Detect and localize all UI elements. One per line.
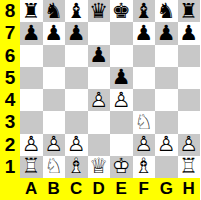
file-label-h: H	[178, 178, 201, 200]
rank-label-6: 6	[0, 45, 20, 67]
rank-label-5: 5	[0, 67, 20, 89]
square-d2[interactable]	[88, 134, 111, 156]
square-c5[interactable]	[65, 67, 88, 89]
square-e2[interactable]	[110, 134, 133, 156]
piece-black-rook-a8[interactable]: ♜	[20, 0, 43, 22]
black-queen-glyph: ♛	[89, 1, 108, 22]
white-pawn-glyph: ♙	[89, 90, 108, 111]
white-bishop-glyph: ♗	[134, 156, 153, 177]
square-g1[interactable]	[155, 156, 178, 178]
white-queen-glyph: ♕	[89, 156, 108, 177]
square-d4[interactable]: ♟♙	[88, 89, 111, 111]
square-b8[interactable]: ♞	[43, 0, 66, 22]
square-d1[interactable]: ♛♕	[88, 156, 111, 178]
piece-white-pawn-f2[interactable]: ♟♙	[133, 134, 156, 156]
square-a6[interactable]	[20, 45, 43, 67]
white-rook-glyph: ♖	[179, 156, 198, 177]
square-a3[interactable]	[20, 111, 43, 133]
piece-black-knight-b8[interactable]: ♞	[43, 0, 66, 22]
rank-label-7: 7	[0, 22, 20, 44]
square-f3[interactable]: ♞♘	[133, 111, 156, 133]
square-d8[interactable]: ♛	[88, 0, 111, 22]
black-pawn-glyph: ♟	[112, 67, 131, 88]
piece-white-pawn-c2[interactable]: ♟♙	[65, 134, 88, 156]
file-label-b: B	[43, 178, 66, 200]
square-f7[interactable]: ♟	[133, 22, 156, 44]
square-h1[interactable]: ♜♖	[178, 156, 201, 178]
piece-white-bishop-c1[interactable]: ♝♗	[65, 156, 88, 178]
piece-black-queen-d8[interactable]: ♛	[88, 0, 111, 22]
square-a4[interactable]	[20, 89, 43, 111]
black-pawn-glyph: ♟	[179, 23, 198, 44]
piece-white-pawn-g2[interactable]: ♟♙	[155, 134, 178, 156]
piece-white-pawn-b2[interactable]: ♟♙	[43, 134, 66, 156]
square-d5[interactable]	[88, 67, 111, 89]
square-f5[interactable]	[133, 67, 156, 89]
square-c4[interactable]	[65, 89, 88, 111]
square-g3[interactable]	[155, 111, 178, 133]
square-e4[interactable]: ♟♙	[110, 89, 133, 111]
piece-white-pawn-d4[interactable]: ♟♙	[88, 89, 111, 111]
square-b4[interactable]	[43, 89, 66, 111]
black-pawn-glyph: ♟	[22, 23, 41, 44]
square-h6[interactable]	[178, 45, 201, 67]
square-e1[interactable]: ♚♔	[110, 156, 133, 178]
piece-black-pawn-e5[interactable]: ♟	[110, 67, 133, 89]
rank-label-1: 1	[0, 156, 20, 178]
square-d7[interactable]	[88, 22, 111, 44]
black-pawn-glyph: ♟	[67, 23, 86, 44]
piece-black-pawn-d6[interactable]: ♟	[88, 45, 111, 67]
white-rook-glyph: ♖	[22, 156, 41, 177]
square-h8[interactable]: ♜	[178, 0, 201, 22]
piece-black-pawn-a7[interactable]: ♟	[20, 22, 43, 44]
black-pawn-glyph: ♟	[157, 23, 176, 44]
square-h4[interactable]	[178, 89, 201, 111]
white-pawn-glyph: ♙	[112, 90, 131, 111]
square-g7[interactable]: ♟	[155, 22, 178, 44]
square-b2[interactable]: ♟♙	[43, 134, 66, 156]
white-king-glyph: ♔	[112, 156, 131, 177]
square-f2[interactable]: ♟♙	[133, 134, 156, 156]
square-b3[interactable]	[43, 111, 66, 133]
piece-white-queen-d1[interactable]: ♛♕	[88, 156, 111, 178]
piece-black-bishop-f8[interactable]: ♝	[133, 0, 156, 22]
piece-black-pawn-h7[interactable]: ♟	[178, 22, 201, 44]
rank-label-2: 2	[0, 134, 20, 156]
square-c6[interactable]	[65, 45, 88, 67]
square-g4[interactable]	[155, 89, 178, 111]
square-b6[interactable]	[43, 45, 66, 67]
rank-label-8: 8	[0, 0, 20, 22]
square-c7[interactable]: ♟	[65, 22, 88, 44]
piece-black-pawn-b7[interactable]: ♟	[43, 22, 66, 44]
piece-black-bishop-c8[interactable]: ♝	[65, 0, 88, 22]
black-king-glyph: ♚	[112, 1, 131, 22]
file-label-e: E	[110, 178, 133, 200]
piece-white-rook-a1[interactable]: ♜♖	[20, 156, 43, 178]
piece-white-pawn-h2[interactable]: ♟♙	[178, 134, 201, 156]
square-a1[interactable]: ♜♖	[20, 156, 43, 178]
piece-black-pawn-c7[interactable]: ♟	[65, 22, 88, 44]
square-f8[interactable]: ♝	[133, 0, 156, 22]
white-pawn-glyph: ♙	[179, 134, 198, 155]
piece-black-king-e8[interactable]: ♚	[110, 0, 133, 22]
square-h7[interactable]: ♟	[178, 22, 201, 44]
rank-label-3: 3	[0, 111, 20, 133]
square-b7[interactable]: ♟	[43, 22, 66, 44]
square-h2[interactable]: ♟♙	[178, 134, 201, 156]
square-f1[interactable]: ♝♗	[133, 156, 156, 178]
white-bishop-glyph: ♗	[67, 156, 86, 177]
square-g5[interactable]	[155, 67, 178, 89]
square-h3[interactable]	[178, 111, 201, 133]
white-pawn-glyph: ♙	[22, 134, 41, 155]
piece-white-pawn-a2[interactable]: ♟♙	[20, 134, 43, 156]
white-pawn-glyph: ♙	[67, 134, 86, 155]
square-c2[interactable]: ♟♙	[65, 134, 88, 156]
square-d3[interactable]	[88, 111, 111, 133]
piece-white-knight-f3[interactable]: ♞♘	[133, 111, 156, 133]
piece-black-pawn-g7[interactable]: ♟	[155, 22, 178, 44]
piece-black-pawn-f7[interactable]: ♟	[133, 22, 156, 44]
piece-white-king-e1[interactable]: ♚♔	[110, 156, 133, 178]
white-pawn-glyph: ♙	[44, 134, 63, 155]
square-e6[interactable]	[110, 45, 133, 67]
white-knight-glyph: ♘	[44, 156, 63, 177]
square-a5[interactable]	[20, 67, 43, 89]
square-c8[interactable]: ♝	[65, 0, 88, 22]
black-pawn-glyph: ♟	[89, 45, 108, 66]
square-g8[interactable]: ♞	[155, 0, 178, 22]
piece-white-rook-h1[interactable]: ♜♖	[178, 156, 201, 178]
piece-white-pawn-e4[interactable]: ♟♙	[110, 89, 133, 111]
piece-white-bishop-f1[interactable]: ♝♗	[133, 156, 156, 178]
black-rook-glyph: ♜	[22, 1, 41, 22]
file-label-g: G	[155, 178, 178, 200]
black-pawn-glyph: ♟	[134, 23, 153, 44]
square-e5[interactable]: ♟	[110, 67, 133, 89]
black-knight-glyph: ♞	[157, 1, 176, 22]
square-b5[interactable]	[43, 67, 66, 89]
square-f4[interactable]	[133, 89, 156, 111]
square-c1[interactable]: ♝♗	[65, 156, 88, 178]
square-h5[interactable]	[178, 67, 201, 89]
file-label-f: F	[133, 178, 156, 200]
piece-black-knight-g8[interactable]: ♞	[155, 0, 178, 22]
file-label-a: A	[20, 178, 43, 200]
square-f6[interactable]	[133, 45, 156, 67]
white-pawn-glyph: ♙	[134, 134, 153, 155]
square-e7[interactable]	[110, 22, 133, 44]
corner-cell	[0, 178, 20, 200]
square-a8[interactable]: ♜	[20, 0, 43, 22]
piece-white-knight-b1[interactable]: ♞♘	[43, 156, 66, 178]
file-label-d: D	[88, 178, 111, 200]
square-e3[interactable]	[110, 111, 133, 133]
white-pawn-glyph: ♙	[157, 134, 176, 155]
black-rook-glyph: ♜	[179, 1, 198, 22]
square-c3[interactable]	[65, 111, 88, 133]
square-e8[interactable]: ♚	[110, 0, 133, 22]
square-g6[interactable]	[155, 45, 178, 67]
square-a2[interactable]: ♟♙	[20, 134, 43, 156]
black-bishop-glyph: ♝	[134, 1, 153, 22]
square-a7[interactable]: ♟	[20, 22, 43, 44]
black-pawn-glyph: ♟	[44, 23, 63, 44]
square-g2[interactable]: ♟♙	[155, 134, 178, 156]
white-knight-glyph: ♘	[134, 112, 153, 133]
chessboard: 8♜♞♝♛♚♝♞♜7♟♟♟♟♟♟6♟5♟4♟♙♟♙3♞♘2♟♙♟♙♟♙♟♙♟♙♟…	[0, 0, 200, 200]
file-label-c: C	[65, 178, 88, 200]
piece-black-rook-h8[interactable]: ♜	[178, 0, 201, 22]
rank-label-4: 4	[0, 89, 20, 111]
black-bishop-glyph: ♝	[67, 1, 86, 22]
black-knight-glyph: ♞	[44, 1, 63, 22]
square-b1[interactable]: ♞♘	[43, 156, 66, 178]
square-d6[interactable]: ♟	[88, 45, 111, 67]
